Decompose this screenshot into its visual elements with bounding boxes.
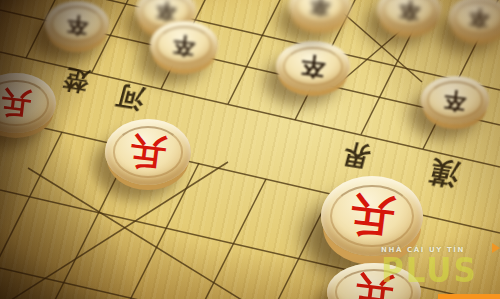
piece-character: 卒 [468,6,490,28]
piece-character: 卒 [65,12,88,35]
piece-black-soldier[interactable]: 卒 [421,76,489,124]
piece-black-soldier[interactable]: 卒 [45,1,109,47]
piece-character: 兵 [0,86,33,119]
piece-character: 卒 [443,88,468,113]
piece-black-soldier[interactable]: 卒 [150,21,218,69]
watermark-orange-bar [438,294,500,299]
piece-character: 卒 [300,53,327,80]
watermark-arrow-icon [492,243,500,253]
piece-black-soldier[interactable]: 卒 [276,41,350,91]
xiangqi-board-photo: 楚 河 界 漢 卒 卒 卒 卒 卒 卒 卒 卒 兵 兵 兵 兵 NHÀ CÁI … [0,0,500,299]
piece-character: 兵 [128,132,168,172]
piece-character: 卒 [155,0,177,22]
piece-character: 卒 [309,0,331,17]
piece-red-soldier[interactable]: 兵 [321,176,423,256]
piece-character: 卒 [397,0,420,21]
watermark-brand: PLUS [381,255,500,287]
piece-character: 兵 [347,191,396,240]
piece-red-soldier[interactable]: 兵 [105,119,191,185]
piece-character: 卒 [172,33,197,58]
watermark: NHÀ CÁI UY TÍN PLUS [381,246,500,299]
